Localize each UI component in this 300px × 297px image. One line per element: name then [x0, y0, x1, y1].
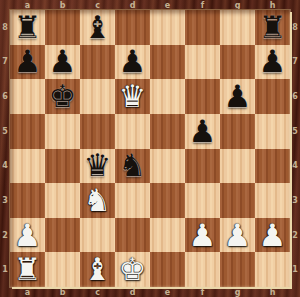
square-c8[interactable]: ♝ [80, 10, 115, 45]
square-g8[interactable] [220, 10, 255, 45]
square-e1[interactable] [150, 252, 185, 287]
white-bishop[interactable]: ♝ [84, 254, 112, 285]
file-label-a: a [10, 287, 45, 297]
square-e7[interactable] [150, 45, 185, 80]
square-f7[interactable] [185, 45, 220, 80]
square-b6[interactable]: ♚ [45, 79, 80, 114]
square-d7[interactable]: ♟ [115, 45, 150, 80]
square-c2[interactable] [80, 218, 115, 253]
square-d4[interactable]: ♞ [115, 149, 150, 184]
black-pawn[interactable]: ♟ [224, 81, 252, 112]
rank-label-1: 1 [0, 252, 10, 287]
square-a5[interactable] [10, 114, 45, 149]
square-f6[interactable] [185, 79, 220, 114]
square-d5[interactable] [115, 114, 150, 149]
square-e2[interactable] [150, 218, 185, 253]
black-rook[interactable]: ♜ [14, 12, 42, 43]
square-a3[interactable] [10, 183, 45, 218]
square-g2[interactable]: ♟ [220, 218, 255, 253]
square-h8[interactable]: ♜ [255, 10, 290, 45]
square-h3[interactable] [255, 183, 290, 218]
square-f3[interactable] [185, 183, 220, 218]
rank-label-6: 6 [290, 79, 300, 114]
square-c3[interactable]: ♞ [80, 183, 115, 218]
rank-label-3: 3 [0, 183, 10, 218]
square-h1[interactable] [255, 252, 290, 287]
square-g7[interactable] [220, 45, 255, 80]
rank-label-2: 2 [0, 218, 10, 253]
square-d6[interactable]: ♛ [115, 79, 150, 114]
white-rook[interactable]: ♜ [14, 254, 42, 285]
black-queen[interactable]: ♛ [84, 150, 112, 181]
square-c4[interactable]: ♛ [80, 149, 115, 184]
square-e3[interactable] [150, 183, 185, 218]
file-label-g: g [220, 287, 255, 297]
square-c6[interactable] [80, 79, 115, 114]
file-label-h: h [255, 287, 290, 297]
square-f5[interactable]: ♟ [185, 114, 220, 149]
white-pawn[interactable]: ♟ [189, 220, 217, 251]
square-b8[interactable] [45, 10, 80, 45]
square-a1[interactable]: ♜ [10, 252, 45, 287]
white-pawn[interactable]: ♟ [259, 220, 287, 251]
rank-label-8: 8 [0, 10, 10, 45]
square-e4[interactable] [150, 149, 185, 184]
square-a8[interactable]: ♜ [10, 10, 45, 45]
square-b1[interactable] [45, 252, 80, 287]
rank-label-2: 2 [290, 218, 300, 253]
rank-labels-left: 87654321 [0, 10, 10, 287]
square-h2[interactable]: ♟ [255, 218, 290, 253]
black-rook[interactable]: ♜ [259, 12, 287, 43]
rank-label-7: 7 [290, 45, 300, 80]
square-g3[interactable] [220, 183, 255, 218]
square-c1[interactable]: ♝ [80, 252, 115, 287]
black-pawn[interactable]: ♟ [189, 116, 217, 147]
white-queen[interactable]: ♛ [119, 81, 147, 112]
square-b7[interactable]: ♟ [45, 45, 80, 80]
square-a2[interactable]: ♟ [10, 218, 45, 253]
file-label-f: f [185, 287, 220, 297]
square-g4[interactable] [220, 149, 255, 184]
square-g6[interactable]: ♟ [220, 79, 255, 114]
white-king[interactable]: ♚ [119, 254, 147, 285]
black-pawn[interactable]: ♟ [259, 46, 287, 77]
rank-label-8: 8 [290, 10, 300, 45]
square-h7[interactable]: ♟ [255, 45, 290, 80]
square-d2[interactable] [115, 218, 150, 253]
rank-label-4: 4 [290, 149, 300, 184]
square-c5[interactable] [80, 114, 115, 149]
square-b2[interactable] [45, 218, 80, 253]
square-b3[interactable] [45, 183, 80, 218]
square-g5[interactable] [220, 114, 255, 149]
rank-label-6: 6 [0, 79, 10, 114]
black-pawn[interactable]: ♟ [119, 46, 147, 77]
file-label-c: c [80, 287, 115, 297]
rank-label-7: 7 [0, 45, 10, 80]
square-d1[interactable]: ♚ [115, 252, 150, 287]
square-a6[interactable] [10, 79, 45, 114]
file-label-f: f [185, 0, 220, 10]
rank-label-3: 3 [290, 183, 300, 218]
rank-labels-right: 87654321 [290, 10, 300, 287]
square-b5[interactable] [45, 114, 80, 149]
square-d8[interactable] [115, 10, 150, 45]
square-e8[interactable] [150, 10, 185, 45]
square-f2[interactable]: ♟ [185, 218, 220, 253]
square-f4[interactable] [185, 149, 220, 184]
black-king[interactable]: ♚ [49, 81, 77, 112]
file-labels-bottom: abcdefgh [10, 287, 290, 297]
chess-board-frame: abcdefgh abcdefgh 87654321 87654321 ♜♝♜♟… [0, 0, 300, 297]
file-label-b: b [45, 0, 80, 10]
rank-label-1: 1 [290, 252, 300, 287]
file-label-e: e [150, 287, 185, 297]
black-pawn[interactable]: ♟ [49, 46, 77, 77]
file-label-g: g [220, 0, 255, 10]
file-label-d: d [115, 0, 150, 10]
square-h4[interactable] [255, 149, 290, 184]
square-h5[interactable] [255, 114, 290, 149]
square-f8[interactable] [185, 10, 220, 45]
square-e6[interactable] [150, 79, 185, 114]
square-b4[interactable] [45, 149, 80, 184]
rank-label-5: 5 [0, 114, 10, 149]
rank-label-4: 4 [0, 149, 10, 184]
file-label-d: d [115, 287, 150, 297]
square-h6[interactable] [255, 79, 290, 114]
square-f1[interactable] [185, 252, 220, 287]
white-pawn[interactable]: ♟ [224, 220, 252, 251]
black-bishop[interactable]: ♝ [84, 12, 112, 43]
square-d3[interactable] [115, 183, 150, 218]
square-g1[interactable] [220, 252, 255, 287]
file-labels-top: abcdefgh [10, 0, 290, 10]
board: ♜♝♜♟♟♟♟♚♛♟♟♛♞♞♟♟♟♟♜♝♚ [10, 10, 290, 287]
white-knight[interactable]: ♞ [84, 185, 112, 216]
file-label-e: e [150, 0, 185, 10]
white-pawn[interactable]: ♟ [14, 220, 42, 251]
square-a4[interactable] [10, 149, 45, 184]
rank-label-5: 5 [290, 114, 300, 149]
square-a7[interactable]: ♟ [10, 45, 45, 80]
square-c7[interactable] [80, 45, 115, 80]
file-label-b: b [45, 287, 80, 297]
black-knight[interactable]: ♞ [119, 150, 147, 181]
square-e5[interactable] [150, 114, 185, 149]
black-pawn[interactable]: ♟ [14, 46, 42, 77]
